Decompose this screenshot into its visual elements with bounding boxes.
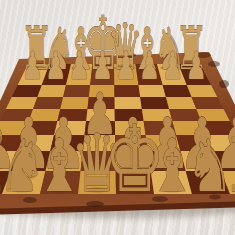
pieces-layer: ♜♞♝♚♛♝♞♜♟♟♟♟♟♟♟♟♟♟♟♟♟♟♟♟♜♞♝♛♚♝♞♜ bbox=[0, 0, 235, 212]
piece-black-pawn-e7: ♟ bbox=[115, 43, 136, 89]
piece-black-pawn-b7: ♟ bbox=[45, 43, 66, 89]
piece-black-pawn-a7: ♟ bbox=[22, 43, 43, 89]
piece-black-pawn-f7: ♟ bbox=[139, 43, 160, 89]
piece-black-pawn-h7: ♟ bbox=[185, 43, 206, 89]
chess-photo: ♜♞♝♚♛♝♞♜♟♟♟♟♟♟♟♟♟♟♟♟♟♟♟♟♜♞♝♛♚♝♞♜ bbox=[0, 0, 235, 235]
wood-knot bbox=[219, 80, 229, 88]
wood-knot bbox=[208, 61, 220, 67]
piece-black-pawn-g7: ♟ bbox=[162, 43, 183, 89]
piece-white-rook-h1: ♜ bbox=[223, 122, 235, 210]
chess-scene: ♜♞♝♚♛♝♞♜♟♟♟♟♟♟♟♟♟♟♟♟♟♟♟♟♜♞♝♛♚♝♞♜ bbox=[0, 0, 235, 235]
